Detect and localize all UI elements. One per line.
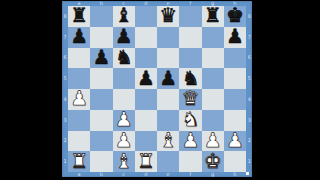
square-h7[interactable]: ♟ <box>224 27 246 48</box>
rank-label-left-2: 2 <box>63 138 68 143</box>
square-h2[interactable]: ♟ <box>224 131 246 152</box>
square-e1[interactable] <box>157 151 179 172</box>
white-pawn[interactable]: ♟ <box>70 88 88 108</box>
square-g8[interactable]: ♜ <box>202 6 224 27</box>
square-b3[interactable] <box>90 110 112 131</box>
square-d8[interactable] <box>135 6 157 27</box>
square-e4[interactable] <box>157 89 179 110</box>
square-d4[interactable] <box>135 89 157 110</box>
white-pawn[interactable]: ♟ <box>226 129 244 149</box>
black-pawn[interactable]: ♟ <box>70 26 88 46</box>
square-b8[interactable] <box>90 6 112 27</box>
white-pawn[interactable]: ♟ <box>115 109 133 129</box>
rank-label-left-8: 8 <box>63 14 68 19</box>
square-g1[interactable]: ♚ <box>202 151 224 172</box>
square-e5[interactable]: ♟ <box>157 68 179 89</box>
black-pawn[interactable]: ♟ <box>92 46 110 66</box>
corner-marker-dot <box>246 172 249 175</box>
square-h4[interactable] <box>224 89 246 110</box>
white-knight[interactable]: ♞ <box>181 109 199 129</box>
file-label-bottom-g: g <box>209 172 217 177</box>
black-knight[interactable]: ♞ <box>181 67 199 87</box>
white-bishop[interactable]: ♝ <box>115 150 133 170</box>
black-bishop[interactable]: ♝ <box>115 5 133 25</box>
file-label-top-b: b <box>97 1 105 6</box>
square-b2[interactable] <box>90 131 112 152</box>
file-label-top-f: f <box>186 1 194 6</box>
square-a4[interactable]: ♟ <box>68 89 90 110</box>
white-king[interactable]: ♚ <box>204 150 222 170</box>
square-a3[interactable] <box>68 110 90 131</box>
square-a1[interactable]: ♜ <box>68 151 90 172</box>
rank-label-right-4: 4 <box>247 97 252 102</box>
square-g5[interactable] <box>202 68 224 89</box>
chess-diagram: ♜♝♛♜♚♟♟♟♟♞♟♟♞♟♛♟♞♟♝♟♟♟♜♝♜♚ aabbccddeeffg… <box>0 0 320 180</box>
file-label-bottom-b: b <box>97 172 105 177</box>
rank-label-left-7: 7 <box>63 35 68 40</box>
square-c1[interactable]: ♝ <box>113 151 135 172</box>
square-g4[interactable] <box>202 89 224 110</box>
rank-label-right-6: 6 <box>247 55 252 60</box>
black-pawn[interactable]: ♟ <box>137 67 155 87</box>
rank-label-right-7: 7 <box>247 35 252 40</box>
file-label-top-d: d <box>142 1 150 6</box>
white-rook[interactable]: ♜ <box>70 150 88 170</box>
rank-label-left-3: 3 <box>63 118 68 123</box>
black-rook[interactable]: ♜ <box>70 5 88 25</box>
black-king[interactable]: ♚ <box>226 5 244 25</box>
square-a6[interactable] <box>68 48 90 69</box>
square-f8[interactable] <box>179 6 201 27</box>
square-b4[interactable] <box>90 89 112 110</box>
square-g7[interactable] <box>202 27 224 48</box>
square-d1[interactable]: ♜ <box>135 151 157 172</box>
file-label-bottom-e: e <box>164 172 172 177</box>
white-pawn[interactable]: ♟ <box>204 129 222 149</box>
white-pawn[interactable]: ♟ <box>115 129 133 149</box>
square-h1[interactable] <box>224 151 246 172</box>
square-a7[interactable]: ♟ <box>68 27 90 48</box>
left-black-bar <box>0 0 62 180</box>
file-label-bottom-f: f <box>186 172 194 177</box>
square-b5[interactable] <box>90 68 112 89</box>
rank-label-right-2: 2 <box>247 138 252 143</box>
rank-label-left-5: 5 <box>63 76 68 81</box>
white-pawn[interactable]: ♟ <box>181 129 199 149</box>
square-e2[interactable]: ♝ <box>157 131 179 152</box>
white-bishop[interactable]: ♝ <box>159 129 177 149</box>
black-rook[interactable]: ♜ <box>204 5 222 25</box>
file-label-bottom-d: d <box>142 172 150 177</box>
rank-label-right-8: 8 <box>247 14 252 19</box>
rank-label-right-3: 3 <box>247 118 252 123</box>
black-pawn[interactable]: ♟ <box>226 26 244 46</box>
square-d7[interactable] <box>135 27 157 48</box>
square-d3[interactable] <box>135 110 157 131</box>
right-black-bar <box>252 0 320 180</box>
square-b6[interactable]: ♟ <box>90 48 112 69</box>
file-label-bottom-h: h <box>231 172 239 177</box>
black-pawn[interactable]: ♟ <box>115 26 133 46</box>
square-f7[interactable] <box>179 27 201 48</box>
square-d5[interactable]: ♟ <box>135 68 157 89</box>
rank-label-left-6: 6 <box>63 55 68 60</box>
black-queen[interactable]: ♛ <box>159 5 177 25</box>
square-g6[interactable] <box>202 48 224 69</box>
white-queen[interactable]: ♛ <box>181 88 199 108</box>
square-f2[interactable]: ♟ <box>179 131 201 152</box>
square-c5[interactable] <box>113 68 135 89</box>
square-f1[interactable] <box>179 151 201 172</box>
file-label-bottom-c: c <box>120 172 128 177</box>
rank-label-right-5: 5 <box>247 76 252 81</box>
square-c6[interactable]: ♞ <box>113 48 135 69</box>
chess-board: ♜♝♛♜♚♟♟♟♟♞♟♟♞♟♛♟♞♟♝♟♟♟♜♝♜♚ <box>68 6 246 172</box>
square-h6[interactable] <box>224 48 246 69</box>
rank-label-left-1: 1 <box>63 159 68 164</box>
square-e7[interactable] <box>157 27 179 48</box>
black-pawn[interactable]: ♟ <box>159 67 177 87</box>
rank-label-left-4: 4 <box>63 97 68 102</box>
file-label-bottom-a: a <box>75 172 83 177</box>
black-knight[interactable]: ♞ <box>115 46 133 66</box>
rank-label-right-1: 1 <box>247 159 252 164</box>
square-b1[interactable] <box>90 151 112 172</box>
square-e8[interactable]: ♛ <box>157 6 179 27</box>
square-h5[interactable] <box>224 68 246 89</box>
white-rook[interactable]: ♜ <box>137 150 155 170</box>
